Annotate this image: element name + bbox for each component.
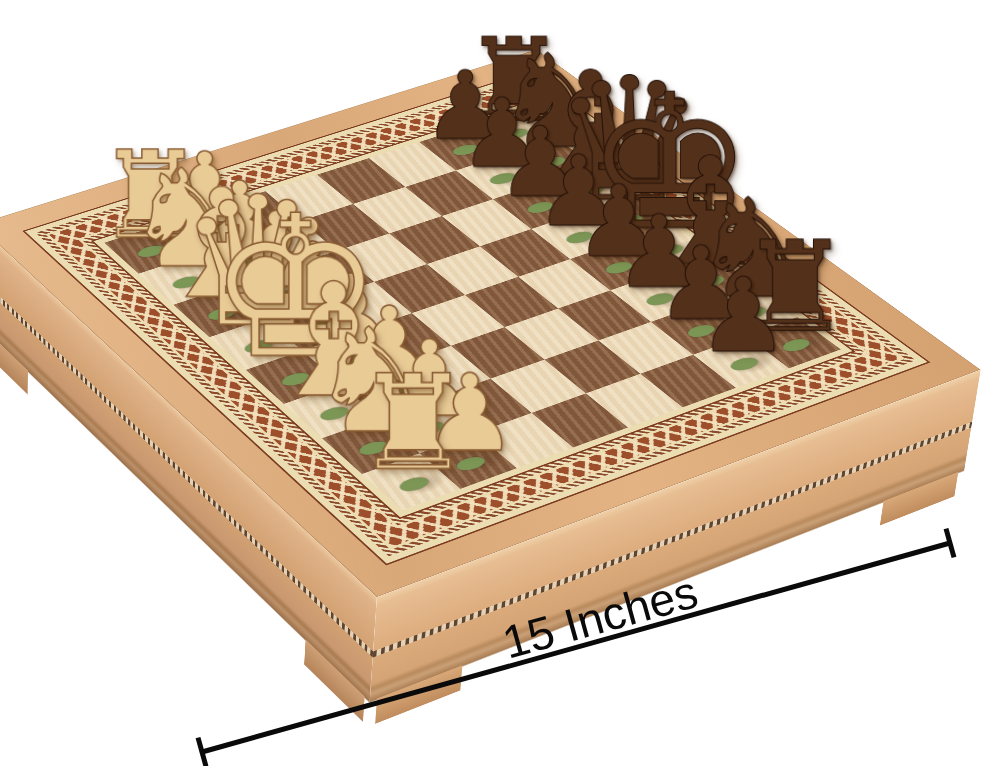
scene: ♜♞♝♛♚♝♞♜♟♟♟♟♟♟♟♟♟♟♟♟♟♟♟♟♜♞♝♛♚♝♞♜ 15 Inch… (0, 0, 982, 766)
black-pawn-icon: ♟ (697, 269, 789, 363)
board-plane: ♜♞♝♛♚♝♞♜♟♟♟♟♟♟♟♟♟♟♟♟♟♟♟♟♜♞♝♛♚♝♞♜ (0, 49, 981, 597)
chess-box: ♜♞♝♛♚♝♞♜♟♟♟♟♟♟♟♟♟♟♟♟♟♟♟♟♜♞♝♛♚♝♞♜ (108, 0, 822, 652)
white-rook-icon: ♜ (354, 363, 471, 483)
box-foot (375, 665, 462, 724)
box-foot (304, 639, 365, 722)
box-foot (880, 472, 958, 526)
box-foot (0, 325, 28, 395)
